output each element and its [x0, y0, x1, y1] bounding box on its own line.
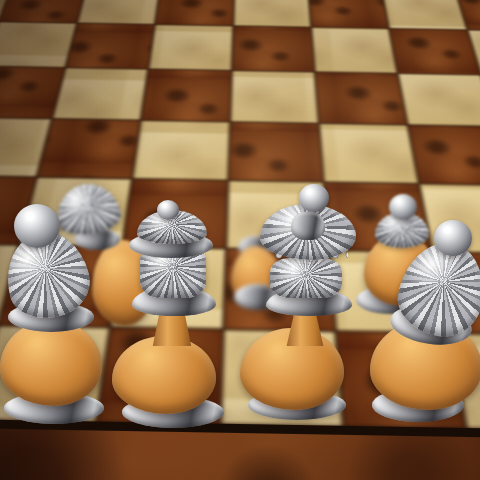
white-bishop-right[interactable]: ♗: [0, 0, 480, 480]
bishop-knob: [434, 220, 472, 256]
photo-chess-scene: ♙ ♙ ♙ ♕ ♔: [0, 0, 480, 480]
